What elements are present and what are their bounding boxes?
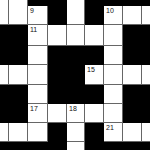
cell-r5c8-black xyxy=(142,85,150,104)
cell-r4c3-black xyxy=(48,65,67,85)
cell-r8c6-black xyxy=(104,142,123,150)
cell-r6c4-white[interactable]: 18 xyxy=(67,104,85,123)
cell-r6c0-black xyxy=(0,104,9,123)
cell-r8c8-black xyxy=(142,142,150,150)
clue-number-21: 21 xyxy=(106,124,114,131)
cell-r8c2-black xyxy=(28,142,48,150)
cell-r5c5-black xyxy=(85,85,104,104)
cell-r3c8-black xyxy=(142,46,150,65)
cell-r5c4-black xyxy=(67,85,85,104)
crossword-board: 9101115171821 xyxy=(0,0,150,150)
cell-r2c1-black xyxy=(9,25,28,46)
cell-r3c7-black xyxy=(123,46,142,65)
cell-r2c7-black xyxy=(123,25,142,46)
clue-number-9: 9 xyxy=(30,7,34,14)
cell-r4c7-white[interactable] xyxy=(123,65,142,85)
cell-r7c5-black xyxy=(85,123,104,142)
cell-r1c5-black xyxy=(85,6,104,25)
cell-r4c1-white[interactable] xyxy=(9,65,28,85)
cell-r1c0-white[interactable] xyxy=(0,6,9,25)
cell-r1c4-white[interactable] xyxy=(67,6,85,25)
cell-r6c3-white[interactable] xyxy=(48,104,67,123)
cell-r5c6-white[interactable] xyxy=(104,85,123,104)
clue-number-15: 15 xyxy=(87,66,95,73)
clue-number-10: 10 xyxy=(106,7,114,14)
cell-r1c1-white[interactable] xyxy=(9,6,28,25)
cell-r3c5-black xyxy=(85,46,104,65)
cell-r5c0-black xyxy=(0,85,9,104)
cell-r4c5-white[interactable]: 15 xyxy=(85,65,104,85)
cell-r2c8-black xyxy=(142,25,150,46)
cell-r2c3-white[interactable] xyxy=(48,25,67,46)
cell-r1c3-black xyxy=(48,6,67,25)
cell-r5c3-black xyxy=(48,85,67,104)
cell-r7c4-white[interactable] xyxy=(67,123,85,142)
cell-r7c8-white[interactable] xyxy=(142,123,150,142)
clue-number-17: 17 xyxy=(30,105,38,112)
cell-r6c7-black xyxy=(123,104,142,123)
cell-r3c4-black xyxy=(67,46,85,65)
cell-r1c7-white[interactable] xyxy=(123,6,142,25)
crossword-grid: 9101115171821 xyxy=(0,0,150,150)
cell-r8c1-black xyxy=(9,142,28,150)
cell-r1c8-white[interactable] xyxy=(142,6,150,25)
cell-r7c2-white[interactable] xyxy=(28,123,48,142)
cell-r8c7-black xyxy=(123,142,142,150)
cell-r5c7-black xyxy=(123,85,142,104)
cell-r8c3-black xyxy=(48,142,67,150)
cell-r3c0-black xyxy=(0,46,9,65)
cell-r4c4-black xyxy=(67,65,85,85)
cell-r2c0-black xyxy=(0,25,9,46)
cell-r2c5-white[interactable] xyxy=(85,25,104,46)
cell-r8c0-black xyxy=(0,142,9,150)
cell-r5c2-white[interactable] xyxy=(28,85,48,104)
cell-r7c6-white[interactable]: 21 xyxy=(104,123,123,142)
clue-number-18: 18 xyxy=(69,105,77,112)
cell-r4c8-white[interactable] xyxy=(142,65,150,85)
cell-r7c1-white[interactable] xyxy=(9,123,28,142)
cell-r7c0-white[interactable] xyxy=(0,123,9,142)
cell-r2c6-white[interactable] xyxy=(104,25,123,46)
cell-r6c5-white[interactable] xyxy=(85,104,104,123)
cell-r2c4-white[interactable] xyxy=(67,25,85,46)
cell-r3c1-black xyxy=(9,46,28,65)
cell-r4c2-white[interactable] xyxy=(28,65,48,85)
cell-r6c1-black xyxy=(9,104,28,123)
cell-r3c3-black xyxy=(48,46,67,65)
cell-r8c4-white[interactable] xyxy=(67,142,85,150)
cell-r2c2-white[interactable]: 11 xyxy=(28,25,48,46)
cell-r6c2-white[interactable]: 17 xyxy=(28,104,48,123)
cell-r3c6-white[interactable] xyxy=(104,46,123,65)
cell-r6c6-white[interactable] xyxy=(104,104,123,123)
cell-r8c5-black xyxy=(85,142,104,150)
cell-r1c2-white[interactable]: 9 xyxy=(28,6,48,25)
cell-r3c2-white[interactable] xyxy=(28,46,48,65)
clue-number-11: 11 xyxy=(30,26,37,33)
cell-r6c8-black xyxy=(142,104,150,123)
cell-r1c6-white[interactable]: 10 xyxy=(104,6,123,25)
cell-r4c0-white[interactable] xyxy=(0,65,9,85)
cell-r4c6-white[interactable] xyxy=(104,65,123,85)
cell-r7c3-black xyxy=(48,123,67,142)
cell-r5c1-black xyxy=(9,85,28,104)
cell-r7c7-white[interactable] xyxy=(123,123,142,142)
